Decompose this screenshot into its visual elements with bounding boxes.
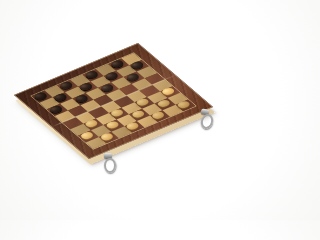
- clasp-ring-icon: [104, 158, 116, 173]
- metal-clasp-left: [101, 153, 115, 173]
- chess-board: [14, 43, 213, 159]
- metal-clasp-right: [198, 109, 212, 129]
- product-photo: [0, 0, 220, 220]
